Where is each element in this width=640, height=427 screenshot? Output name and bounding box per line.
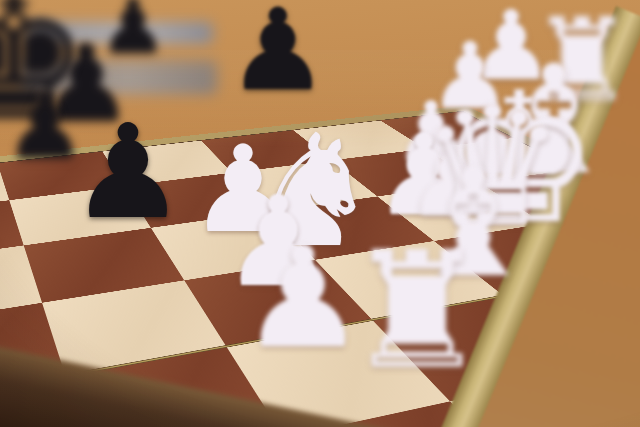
background-blur-object [22, 60, 217, 94]
background-blur-object [28, 22, 213, 44]
chess-photo-scene: ♟♟♟♜♟♟♚♟♟♝♟♟♟♚♛♟♞♝♟♟♜ [0, 0, 640, 427]
